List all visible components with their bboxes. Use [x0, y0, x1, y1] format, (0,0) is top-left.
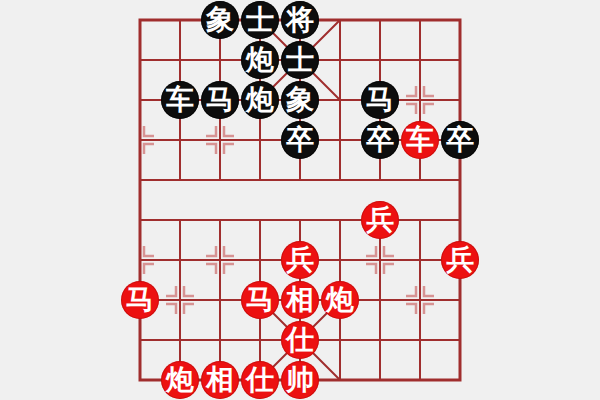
board-point[interactable]	[120, 160, 160, 200]
piece-red-horse[interactable]: 马	[241, 281, 279, 319]
board-point[interactable]: 马	[200, 80, 240, 120]
board-point[interactable]	[120, 240, 160, 280]
board-point[interactable]	[400, 240, 440, 280]
board-point[interactable]	[320, 240, 360, 280]
board-point[interactable]: 兵	[360, 200, 400, 240]
board-point[interactable]	[360, 240, 400, 280]
board-point[interactable]	[320, 80, 360, 120]
board-point[interactable]: 相	[280, 280, 320, 320]
board-point[interactable]	[200, 120, 240, 160]
board-point[interactable]: 相	[200, 360, 240, 400]
board-point[interactable]: 兵	[440, 240, 480, 280]
piece-red-soldier[interactable]: 兵	[361, 201, 399, 239]
piece-red-cannon[interactable]: 炮	[161, 361, 199, 399]
board-point[interactable]	[320, 120, 360, 160]
board-point[interactable]	[200, 160, 240, 200]
piece-red-soldier[interactable]: 兵	[281, 241, 319, 279]
board-point[interactable]	[320, 160, 360, 200]
board-point[interactable]	[240, 240, 280, 280]
board-point[interactable]	[400, 280, 440, 320]
board-point[interactable]: 卒	[440, 120, 480, 160]
piece-black-advisor[interactable]: 士	[281, 41, 319, 79]
board-point[interactable]: 马	[360, 80, 400, 120]
board-point[interactable]	[120, 200, 160, 240]
board-point[interactable]	[120, 80, 160, 120]
board-point[interactable]	[160, 40, 200, 80]
board-point[interactable]: 马	[240, 280, 280, 320]
board-point[interactable]	[200, 320, 240, 360]
board-point[interactable]	[400, 80, 440, 120]
board-point[interactable]	[280, 160, 320, 200]
piece-black-general[interactable]: 将	[281, 1, 319, 39]
piece-black-chariot[interactable]: 车	[161, 81, 199, 119]
board-point[interactable]: 士	[280, 40, 320, 80]
piece-black-cannon[interactable]: 炮	[241, 41, 279, 79]
xiangqi-board: 象士将炮士车马炮象马卒卒车卒兵兵兵马马相炮仕炮相仕帅	[0, 0, 600, 400]
board-point[interactable]	[240, 120, 280, 160]
piece-red-elephant[interactable]: 相	[281, 281, 319, 319]
board-point[interactable]	[120, 320, 160, 360]
board-point[interactable]	[240, 320, 280, 360]
board-point[interactable]	[160, 320, 200, 360]
board-points-grid: 象士将炮士车马炮象马卒卒车卒兵兵兵马马相炮仕炮相仕帅	[120, 0, 480, 400]
board-point[interactable]: 仕	[240, 360, 280, 400]
board-point[interactable]: 象	[280, 80, 320, 120]
board-point[interactable]	[320, 40, 360, 80]
board-point[interactable]	[320, 200, 360, 240]
piece-red-soldier[interactable]: 兵	[441, 241, 479, 279]
board-point[interactable]	[200, 240, 240, 280]
piece-black-soldier[interactable]: 卒	[361, 121, 399, 159]
board-point[interactable]	[440, 360, 480, 400]
board-point[interactable]	[440, 320, 480, 360]
board-point[interactable]	[120, 0, 160, 40]
board-point[interactable]: 卒	[360, 120, 400, 160]
piece-red-advisor[interactable]: 仕	[241, 361, 279, 399]
board-point[interactable]	[200, 40, 240, 80]
board-point[interactable]: 兵	[280, 240, 320, 280]
board-point[interactable]: 将	[280, 0, 320, 40]
piece-black-cannon[interactable]: 炮	[241, 81, 279, 119]
board-point[interactable]: 炮	[320, 280, 360, 320]
board-point[interactable]	[160, 160, 200, 200]
board-point[interactable]: 车	[400, 120, 440, 160]
board-point[interactable]	[160, 120, 200, 160]
board-point[interactable]	[440, 40, 480, 80]
board-point[interactable]	[360, 160, 400, 200]
board-point[interactable]: 炮	[240, 80, 280, 120]
board-point[interactable]	[160, 280, 200, 320]
piece-red-horse[interactable]: 马	[121, 281, 159, 319]
board-point[interactable]	[160, 240, 200, 280]
board-point[interactable]	[440, 160, 480, 200]
board-point[interactable]: 帅	[280, 360, 320, 400]
board-point[interactable]	[360, 360, 400, 400]
board-point[interactable]	[400, 40, 440, 80]
board-point[interactable]	[400, 0, 440, 40]
piece-black-soldier[interactable]: 卒	[281, 121, 319, 159]
board-point[interactable]	[240, 200, 280, 240]
board-point[interactable]	[200, 280, 240, 320]
board-point[interactable]	[320, 320, 360, 360]
board-point[interactable]: 炮	[160, 360, 200, 400]
board-point[interactable]: 卒	[280, 120, 320, 160]
board-point[interactable]	[120, 360, 160, 400]
board-point[interactable]	[160, 200, 200, 240]
board-point[interactable]: 仕	[280, 320, 320, 360]
piece-black-elephant[interactable]: 象	[281, 81, 319, 119]
board-point[interactable]	[360, 40, 400, 80]
board-point[interactable]	[400, 200, 440, 240]
board-point[interactable]	[440, 0, 480, 40]
piece-black-advisor[interactable]: 士	[241, 1, 279, 39]
board-point[interactable]	[400, 360, 440, 400]
board-point[interactable]	[120, 120, 160, 160]
piece-black-horse[interactable]: 马	[361, 81, 399, 119]
board-point[interactable]: 象	[200, 0, 240, 40]
piece-red-chariot[interactable]: 车	[401, 121, 439, 159]
board-point[interactable]: 炮	[240, 40, 280, 80]
board-point[interactable]	[440, 80, 480, 120]
piece-black-elephant[interactable]: 象	[201, 1, 239, 39]
board-point[interactable]	[160, 0, 200, 40]
board-point[interactable]	[360, 0, 400, 40]
board-point[interactable]	[120, 40, 160, 80]
piece-red-cannon[interactable]: 炮	[321, 281, 359, 319]
board-point[interactable]	[400, 160, 440, 200]
board-point[interactable]	[360, 320, 400, 360]
board-point[interactable]	[320, 360, 360, 400]
board-point[interactable]	[440, 280, 480, 320]
piece-red-elephant[interactable]: 相	[201, 361, 239, 399]
board-point[interactable]	[400, 320, 440, 360]
board-point[interactable]: 车	[160, 80, 200, 120]
piece-black-soldier[interactable]: 卒	[441, 121, 479, 159]
board-point[interactable]	[200, 200, 240, 240]
board-point[interactable]: 士	[240, 0, 280, 40]
piece-red-general[interactable]: 帅	[281, 361, 319, 399]
board-point[interactable]	[320, 0, 360, 40]
board-point[interactable]	[440, 200, 480, 240]
piece-black-horse[interactable]: 马	[201, 81, 239, 119]
board-point[interactable]	[280, 200, 320, 240]
board-point[interactable]	[360, 280, 400, 320]
board-point[interactable]	[240, 160, 280, 200]
board-point[interactable]: 马	[120, 280, 160, 320]
piece-red-advisor[interactable]: 仕	[281, 321, 319, 359]
